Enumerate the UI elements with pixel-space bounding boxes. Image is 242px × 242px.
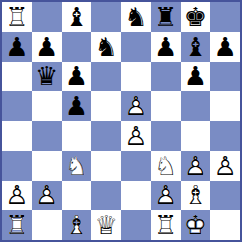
piece-white-pawn: ♟♙ [121, 91, 151, 121]
square-b1[interactable] [32, 210, 62, 240]
piece-black-pawn: ♟♟ [32, 32, 62, 62]
piece-white-king: ♚♔ [181, 210, 211, 240]
square-g3[interactable]: ♟♙ [181, 151, 211, 181]
piece-white-queen: ♛♕ [91, 210, 121, 240]
square-b5[interactable] [32, 91, 62, 121]
piece-white-pawn: ♟♙ [2, 181, 32, 211]
square-e8[interactable]: ♞♞ [121, 2, 151, 32]
square-g8[interactable]: ♚♚ [181, 2, 211, 32]
piece-white-rook: ♜♖ [2, 210, 32, 240]
square-b6[interactable]: ♛♛ [32, 62, 62, 92]
square-d1[interactable]: ♛♕ [91, 210, 121, 240]
square-c4[interactable] [62, 121, 92, 151]
piece-white-pawn: ♟♙ [181, 151, 211, 181]
square-g6[interactable]: ♟♟ [181, 62, 211, 92]
square-a7[interactable]: ♟♟ [2, 32, 32, 62]
square-d8[interactable] [91, 2, 121, 32]
square-e5[interactable]: ♟♙ [121, 91, 151, 121]
square-f5[interactable] [151, 91, 181, 121]
square-a6[interactable] [2, 62, 32, 92]
piece-white-knight: ♞♘ [151, 151, 181, 181]
piece-white-rook: ♜♖ [151, 210, 181, 240]
square-c7[interactable] [62, 32, 92, 62]
square-h1[interactable] [210, 210, 240, 240]
piece-black-pawn: ♟♟ [2, 32, 32, 62]
piece-black-queen: ♛♛ [32, 62, 62, 92]
piece-white-pawn: ♟♙ [210, 151, 240, 181]
square-g1[interactable]: ♚♔ [181, 210, 211, 240]
piece-white-pawn: ♟♙ [32, 181, 62, 211]
piece-black-pawn: ♟♟ [210, 32, 240, 62]
square-e3[interactable] [121, 151, 151, 181]
square-g4[interactable] [181, 121, 211, 151]
square-d6[interactable] [91, 62, 121, 92]
square-d5[interactable] [91, 91, 121, 121]
square-a2[interactable]: ♟♙ [2, 181, 32, 211]
square-a5[interactable] [2, 91, 32, 121]
square-b2[interactable]: ♟♙ [32, 181, 62, 211]
square-f7[interactable]: ♟♟ [151, 32, 181, 62]
square-a4[interactable] [2, 121, 32, 151]
square-f2[interactable]: ♟♙ [151, 181, 181, 211]
piece-black-pawn: ♟♟ [151, 32, 181, 62]
piece-white-pawn: ♟♙ [121, 121, 151, 151]
square-b3[interactable] [32, 151, 62, 181]
square-h5[interactable] [210, 91, 240, 121]
piece-white-knight: ♞♘ [62, 151, 92, 181]
piece-white-rook: ♜♖ [2, 2, 32, 32]
square-f6[interactable] [151, 62, 181, 92]
square-c6[interactable]: ♟♟ [62, 62, 92, 92]
piece-black-knight: ♞♞ [121, 2, 151, 32]
piece-black-pawn: ♟♟ [62, 91, 92, 121]
square-e4[interactable]: ♟♙ [121, 121, 151, 151]
square-d3[interactable] [91, 151, 121, 181]
square-c5[interactable]: ♟♟ [62, 91, 92, 121]
square-b7[interactable]: ♟♟ [32, 32, 62, 62]
square-g7[interactable]: ♝♝ [181, 32, 211, 62]
piece-white-bishop: ♝♗ [62, 210, 92, 240]
square-a8[interactable]: ♜♖ [2, 2, 32, 32]
square-d7[interactable]: ♞♞ [91, 32, 121, 62]
square-e2[interactable] [121, 181, 151, 211]
piece-black-knight: ♞♞ [91, 32, 121, 62]
piece-black-pawn: ♟♟ [181, 62, 211, 92]
square-f8[interactable]: ♜♜ [151, 2, 181, 32]
piece-black-rook: ♜♜ [151, 2, 181, 32]
chess-board: ♜♖♝♝♞♞♜♜♚♚♟♟♟♟♞♞♟♟♝♝♟♟♛♛♟♟♟♟♟♟♟♙♟♙♞♘♞♘♟♙… [0, 0, 242, 242]
square-c1[interactable]: ♝♗ [62, 210, 92, 240]
square-c3[interactable]: ♞♘ [62, 151, 92, 181]
square-d2[interactable] [91, 181, 121, 211]
piece-black-bishop: ♝♝ [62, 2, 92, 32]
square-e1[interactable] [121, 210, 151, 240]
square-b4[interactable] [32, 121, 62, 151]
square-h7[interactable]: ♟♟ [210, 32, 240, 62]
square-h4[interactable] [210, 121, 240, 151]
square-b8[interactable] [32, 2, 62, 32]
square-a1[interactable]: ♜♖ [2, 210, 32, 240]
square-c8[interactable]: ♝♝ [62, 2, 92, 32]
piece-black-pawn: ♟♟ [62, 62, 92, 92]
square-e7[interactable] [121, 32, 151, 62]
square-d4[interactable] [91, 121, 121, 151]
square-c2[interactable] [62, 181, 92, 211]
piece-black-bishop: ♝♝ [181, 32, 211, 62]
square-f4[interactable] [151, 121, 181, 151]
square-g2[interactable]: ♝♗ [181, 181, 211, 211]
piece-white-pawn: ♟♙ [151, 181, 181, 211]
square-f3[interactable]: ♞♘ [151, 151, 181, 181]
piece-black-king: ♚♚ [181, 2, 211, 32]
piece-white-bishop: ♝♗ [181, 181, 211, 211]
square-a3[interactable] [2, 151, 32, 181]
square-h6[interactable] [210, 62, 240, 92]
square-h2[interactable] [210, 181, 240, 211]
square-g5[interactable] [181, 91, 211, 121]
square-e6[interactable] [121, 62, 151, 92]
square-f1[interactable]: ♜♖ [151, 210, 181, 240]
square-h3[interactable]: ♟♙ [210, 151, 240, 181]
square-h8[interactable] [210, 2, 240, 32]
